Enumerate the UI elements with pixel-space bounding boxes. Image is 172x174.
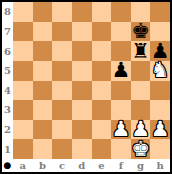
square-f4[interactable] [111, 81, 131, 101]
square-h4[interactable] [150, 81, 170, 101]
square-d2[interactable] [72, 120, 92, 140]
file-label-e: e [92, 159, 112, 172]
turn-indicator-cell: ● [2, 159, 13, 172]
rank-labels: 87654321 [2, 2, 13, 159]
square-b6[interactable] [33, 41, 53, 61]
file-label-a: a [13, 159, 33, 172]
chess-diagram: 87654321 ♚♜♟♟♞♟♟♟♚ ● abcdefgh [0, 0, 172, 174]
square-b3[interactable] [33, 100, 53, 120]
white-king: ♚ [131, 140, 150, 159]
square-a2[interactable] [13, 120, 33, 140]
square-g4[interactable] [131, 81, 151, 101]
square-a4[interactable] [13, 81, 33, 101]
rank-label-3: 3 [2, 100, 13, 120]
square-h7[interactable] [150, 22, 170, 42]
file-label-d: d [72, 159, 92, 172]
square-h3[interactable] [150, 100, 170, 120]
rank-label-6: 6 [2, 41, 13, 61]
square-d3[interactable] [72, 100, 92, 120]
square-b1[interactable] [33, 139, 53, 159]
square-e6[interactable] [92, 41, 112, 61]
black-pawn: ♟ [151, 42, 170, 61]
square-c8[interactable] [52, 2, 72, 22]
square-h8[interactable] [150, 2, 170, 22]
square-h6[interactable]: ♟ [150, 41, 170, 61]
white-pawn: ♟ [131, 120, 150, 139]
square-e8[interactable] [92, 2, 112, 22]
square-c5[interactable] [52, 61, 72, 81]
white-pawn: ♟ [112, 120, 131, 139]
square-d7[interactable] [72, 22, 92, 42]
square-e3[interactable] [92, 100, 112, 120]
file-label-b: b [33, 159, 53, 172]
square-f2[interactable]: ♟ [111, 120, 131, 140]
square-c3[interactable] [52, 100, 72, 120]
white-knight: ♞ [151, 61, 170, 80]
white-pawn: ♟ [151, 120, 170, 139]
square-g2[interactable]: ♟ [131, 120, 151, 140]
black-pawn: ♟ [112, 61, 131, 80]
square-h5[interactable]: ♞ [150, 61, 170, 81]
square-c4[interactable] [52, 81, 72, 101]
file-label-c: c [52, 159, 72, 172]
square-a1[interactable] [13, 139, 33, 159]
square-g7[interactable]: ♚ [131, 22, 151, 42]
square-a3[interactable] [13, 100, 33, 120]
square-a7[interactable] [13, 22, 33, 42]
black-king: ♚ [131, 22, 150, 41]
rank-label-2: 2 [2, 120, 13, 140]
square-d5[interactable] [72, 61, 92, 81]
rank-label-7: 7 [2, 22, 13, 42]
rank-label-8: 8 [2, 2, 13, 22]
square-g8[interactable] [131, 2, 151, 22]
square-a8[interactable] [13, 2, 33, 22]
square-h1[interactable] [150, 139, 170, 159]
square-g6[interactable]: ♜ [131, 41, 151, 61]
rank-label-4: 4 [2, 81, 13, 101]
square-b2[interactable] [33, 120, 53, 140]
square-e5[interactable] [92, 61, 112, 81]
black-rook: ♜ [131, 42, 150, 61]
file-label-h: h [150, 159, 170, 172]
square-c7[interactable] [52, 22, 72, 42]
square-b5[interactable] [33, 61, 53, 81]
rank-label-5: 5 [2, 61, 13, 81]
square-a5[interactable] [13, 61, 33, 81]
square-b8[interactable] [33, 2, 53, 22]
file-labels: abcdefgh [13, 159, 170, 172]
square-d1[interactable] [72, 139, 92, 159]
square-c2[interactable] [52, 120, 72, 140]
square-c1[interactable] [52, 139, 72, 159]
chess-board: ♚♜♟♟♞♟♟♟♚ [13, 2, 170, 159]
square-f6[interactable] [111, 41, 131, 61]
square-g3[interactable] [131, 100, 151, 120]
square-h2[interactable]: ♟ [150, 120, 170, 140]
black-to-move-indicator: ● [4, 159, 12, 172]
square-e2[interactable] [92, 120, 112, 140]
square-d6[interactable] [72, 41, 92, 61]
square-a6[interactable] [13, 41, 33, 61]
square-e4[interactable] [92, 81, 112, 101]
square-g1[interactable]: ♚ [131, 139, 151, 159]
file-label-f: f [111, 159, 131, 172]
square-c6[interactable] [52, 41, 72, 61]
square-f3[interactable] [111, 100, 131, 120]
square-f1[interactable] [111, 139, 131, 159]
rank-label-1: 1 [2, 139, 13, 159]
square-e1[interactable] [92, 139, 112, 159]
square-f8[interactable] [111, 2, 131, 22]
file-label-g: g [131, 159, 151, 172]
square-f7[interactable] [111, 22, 131, 42]
square-b4[interactable] [33, 81, 53, 101]
square-g5[interactable] [131, 61, 151, 81]
square-d4[interactable] [72, 81, 92, 101]
square-f5[interactable]: ♟ [111, 61, 131, 81]
square-d8[interactable] [72, 2, 92, 22]
square-e7[interactable] [92, 22, 112, 42]
square-b7[interactable] [33, 22, 53, 42]
